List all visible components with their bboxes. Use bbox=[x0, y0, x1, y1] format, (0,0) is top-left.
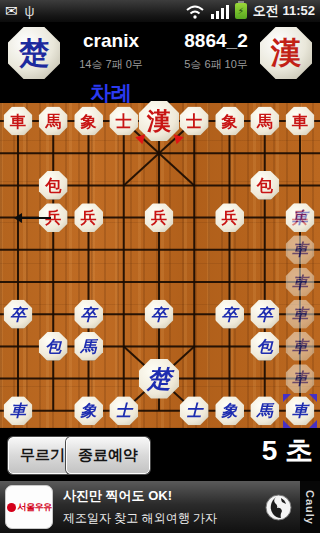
janggi-piece-cho[interactable]: 象 bbox=[215, 396, 244, 425]
ad-copy: 사진만 찍어도 OK! 제조일자 찾고 해외여행 가자 bbox=[63, 487, 217, 527]
janggi-piece-cho[interactable]: 馬 bbox=[250, 396, 279, 425]
cho-king-avatar: 楚 bbox=[8, 27, 60, 79]
janggi-piece-han[interactable]: 包 bbox=[250, 171, 279, 200]
move-hint-ghost[interactable]: 車 bbox=[286, 364, 315, 393]
move-hint-ghost[interactable]: 車 bbox=[286, 235, 315, 264]
end-reservation-button[interactable]: 종료예약 bbox=[66, 437, 150, 474]
janggi-piece-han[interactable]: 馬 bbox=[250, 107, 279, 136]
ad-subline: 제조일자 찾고 해외여행 가자 bbox=[63, 510, 217, 527]
wifi-icon bbox=[185, 4, 205, 19]
janggi-board[interactable]: 車馬象士漢士象馬車包包兵兵兵兵兵卒卒卒卒卒包馬包楚車象士士象馬車車車車車車車 bbox=[0, 103, 320, 428]
status-bar: ✉ ψ ⚡ 오전 11:52 bbox=[0, 0, 320, 22]
advertiser-logo-text: 서울우유 bbox=[18, 501, 52, 514]
janggi-piece-cho[interactable]: 包 bbox=[250, 332, 279, 361]
right-player-record: 5승 6패 10무 bbox=[166, 57, 266, 72]
janggi-piece-han[interactable]: 包 bbox=[39, 171, 68, 200]
janggi-piece-cho[interactable]: 車 bbox=[4, 396, 33, 425]
move-hint-ghost[interactable]: 車 bbox=[286, 332, 315, 361]
janggi-piece-cho[interactable]: 卒 bbox=[250, 300, 279, 329]
battery-icon: ⚡ bbox=[235, 3, 247, 19]
mail-icon: ✉ bbox=[5, 0, 18, 22]
selection-corner bbox=[283, 394, 291, 402]
signal-strength-icon bbox=[211, 4, 229, 19]
battery-bolt-icon: ⚡ bbox=[238, 6, 244, 16]
move-hint-ghost[interactable]: 車 bbox=[286, 300, 315, 329]
ad-network-name: Cauly bbox=[304, 490, 316, 525]
ad-headline: 사진만 찍어도 OK! bbox=[63, 487, 217, 505]
right-player-info: 8864_2 5승 6패 10무 bbox=[166, 30, 266, 72]
app-screen: ✉ ψ ⚡ 오전 11:52 楚 cranix 14승 7패 0무 차례 bbox=[0, 0, 320, 533]
selection-corner bbox=[309, 394, 317, 402]
janggi-piece-cho[interactable]: 士 bbox=[109, 396, 138, 425]
seoul-milk-logo-mark bbox=[7, 503, 16, 512]
move-hint-ghost[interactable]: 車 bbox=[286, 203, 315, 232]
janggi-piece-han[interactable]: 兵 bbox=[145, 203, 174, 232]
ad-network-strip: Cauly bbox=[300, 481, 320, 533]
janggi-piece-cho[interactable]: 卒 bbox=[74, 300, 103, 329]
janggi-piece-han[interactable]: 士 bbox=[180, 107, 209, 136]
janggi-piece-cho-king[interactable]: 楚 bbox=[139, 359, 179, 399]
left-player-record: 14승 7패 0무 bbox=[60, 57, 162, 72]
janggi-piece-han[interactable]: 象 bbox=[215, 107, 244, 136]
selection-corner bbox=[283, 420, 291, 428]
ad-banner[interactable]: 서울우유 사진만 찍어도 OK! 제조일자 찾고 해외여행 가자 Cauly bbox=[0, 481, 320, 533]
janggi-piece-han[interactable]: 兵 bbox=[74, 203, 103, 232]
janggi-piece-han[interactable]: 車 bbox=[286, 107, 315, 136]
advertiser-logo: 서울우유 bbox=[5, 485, 53, 529]
janggi-piece-cho[interactable]: 馬 bbox=[74, 332, 103, 361]
janggi-piece-cho[interactable]: 士 bbox=[180, 396, 209, 425]
janggi-piece-cho[interactable]: 卒 bbox=[215, 300, 244, 329]
janggi-piece-cho[interactable]: 卒 bbox=[4, 300, 33, 329]
right-player-name: 8864_2 bbox=[166, 30, 266, 52]
control-bar: 무르기 종료예약 5 초 bbox=[0, 428, 320, 481]
han-king-avatar: 漢 bbox=[260, 27, 312, 79]
last-move-arrow bbox=[22, 217, 51, 219]
usb-icon: ψ bbox=[25, 0, 35, 22]
globe-icon bbox=[265, 494, 292, 521]
janggi-piece-cho[interactable]: 包 bbox=[39, 332, 68, 361]
match-header: 楚 cranix 14승 7패 0무 차례 8864_2 5승 6패 10무 漢 bbox=[0, 22, 320, 103]
janggi-piece-han[interactable]: 兵 bbox=[215, 203, 244, 232]
move-timer: 5 초 bbox=[262, 432, 313, 470]
move-hint-ghost[interactable]: 車 bbox=[286, 268, 315, 297]
janggi-piece-cho[interactable]: 象 bbox=[74, 396, 103, 425]
status-time: 오전 11:52 bbox=[253, 2, 315, 20]
janggi-piece-cho[interactable]: 卒 bbox=[145, 300, 174, 329]
selection-corner bbox=[309, 420, 317, 428]
left-player-info: cranix 14승 7패 0무 차례 bbox=[60, 30, 162, 107]
status-right-icons: ⚡ 오전 11:52 bbox=[185, 2, 315, 20]
left-player-name: cranix bbox=[60, 30, 162, 52]
